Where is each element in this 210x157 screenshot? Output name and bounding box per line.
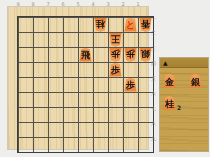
shogi-piece-歩-34[interactable]: 歩 [109, 63, 122, 77]
hand-piece-金[interactable]: 金 [163, 74, 176, 88]
piece-kanji: 歩 [111, 49, 120, 58]
rank-coordinate-labels: 一二三四五六七八九 [149, 11, 158, 146]
shogi-piece-と-21[interactable]: と [124, 18, 137, 32]
hand-panel-header: ▲ [160, 58, 208, 68]
sente-turn-marker-icon: ▲ [163, 59, 168, 67]
rank-label-1: 一 [149, 11, 158, 26]
sente-hand-panel: ▲ 金銀桂2 [160, 58, 208, 151]
shogi-board[interactable]: 桂と香王飛歩歩銀歩歩 [17, 16, 154, 153]
hand-piece-count: 2 [177, 105, 181, 111]
rank-label-5: 五 [149, 71, 158, 86]
hand-piece-桂[interactable]: 桂 [163, 96, 176, 110]
piece-kanji: 飛 [81, 51, 90, 60]
shogi-piece-王-32[interactable]: 王 [109, 33, 122, 47]
shogi-piece-歩-23[interactable]: 歩 [124, 48, 137, 62]
rank-label-2: 二 [149, 26, 158, 41]
piece-kanji: と [126, 21, 135, 30]
rank-label-4: 四 [149, 56, 158, 71]
rank-label-8: 八 [149, 116, 158, 131]
tsume-shogi-app: 987654321 桂と香王飛歩歩銀歩歩 一二三四五六七八九 ▲ 金銀桂2 [0, 0, 210, 157]
rank-label-7: 七 [149, 101, 158, 116]
piece-kanji: 銀 [191, 78, 200, 87]
piece-kanji: 金 [165, 78, 174, 87]
hand-piece-銀[interactable]: 銀 [189, 74, 202, 88]
shogi-piece-歩-33[interactable]: 歩 [109, 48, 122, 62]
shogi-board-wood: 桂と香王飛歩歩銀歩歩 [8, 7, 148, 149]
piece-kanji: 歩 [126, 81, 135, 90]
piece-kanji: 王 [111, 34, 120, 43]
rank-label-3: 三 [149, 41, 158, 56]
piece-kanji: 歩 [111, 66, 120, 75]
shogi-piece-桂-41[interactable]: 桂 [94, 18, 107, 32]
piece-kanji: 歩 [126, 49, 135, 58]
rank-label-9: 九 [149, 131, 158, 146]
shogi-piece-飛-53[interactable]: 飛 [79, 48, 92, 62]
piece-kanji: 桂 [96, 19, 105, 28]
rank-label-6: 六 [149, 86, 158, 101]
piece-kanji: 桂 [165, 100, 174, 109]
shogi-piece-歩-25[interactable]: 歩 [124, 78, 137, 92]
